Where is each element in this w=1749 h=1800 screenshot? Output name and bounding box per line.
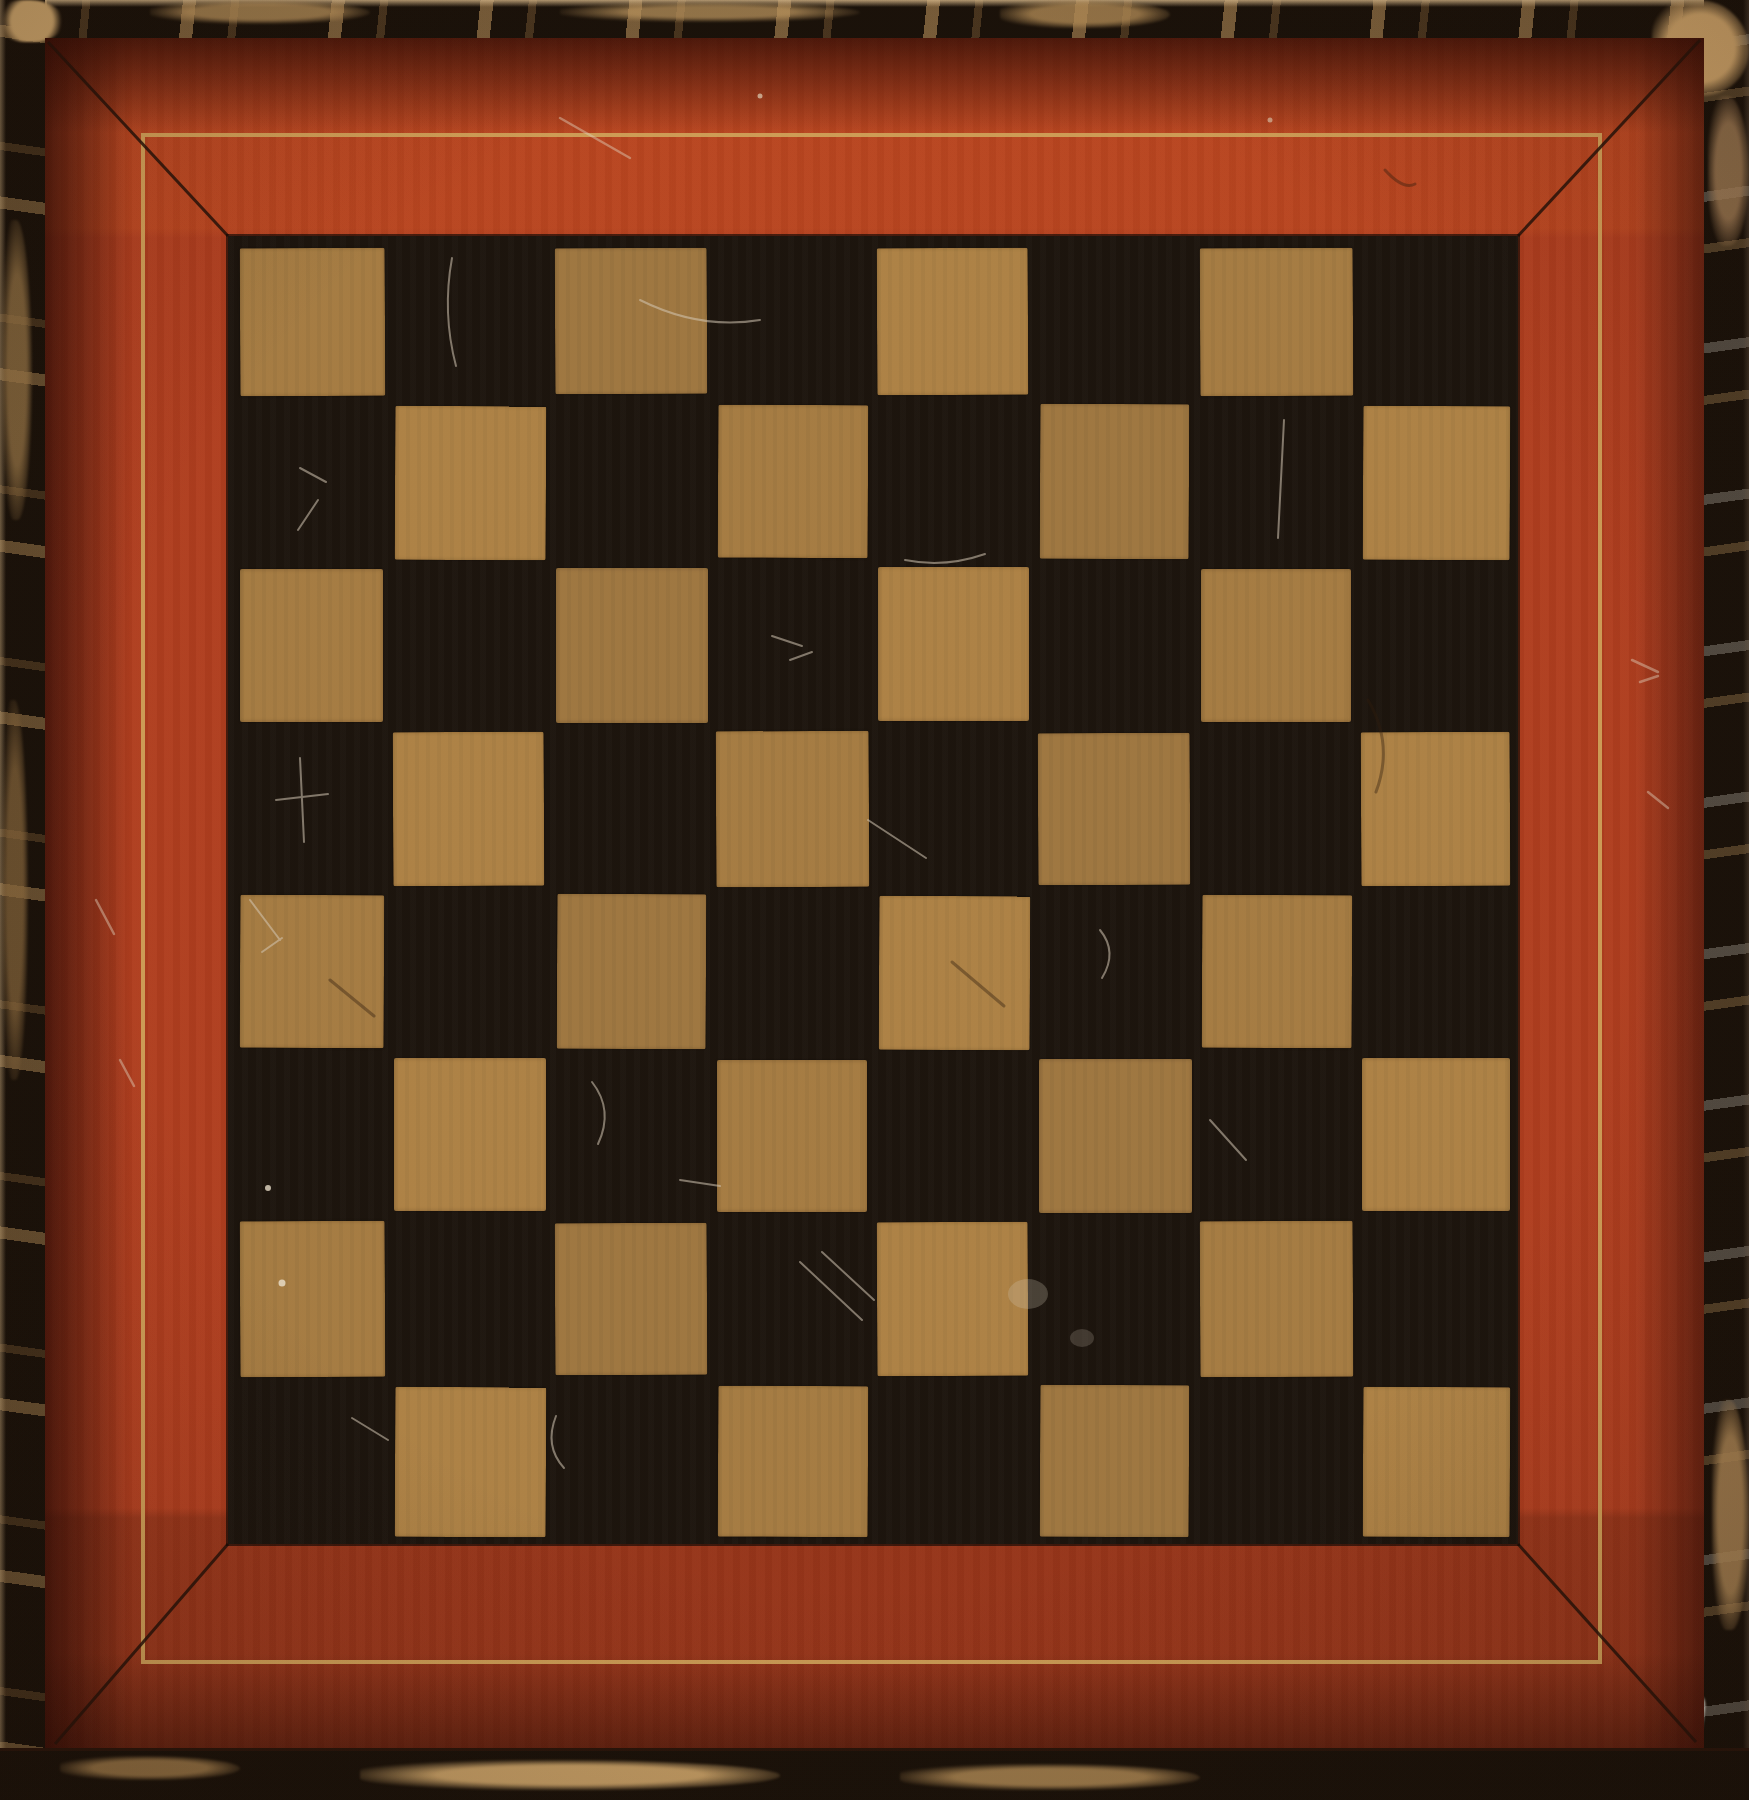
square-c4[interactable] <box>551 890 712 1054</box>
square-d2[interactable] <box>712 1217 873 1381</box>
square-f6[interactable] <box>1034 563 1195 727</box>
square-c6[interactable] <box>551 563 712 727</box>
square-g3[interactable] <box>1196 1054 1357 1218</box>
light-square-paint <box>1362 1058 1510 1212</box>
square-b6[interactable] <box>389 563 550 727</box>
square-b7[interactable] <box>389 400 550 564</box>
square-f7[interactable] <box>1034 400 1195 564</box>
square-d8[interactable] <box>712 236 873 400</box>
square-a7[interactable] <box>228 400 389 564</box>
board-photo <box>0 0 1749 1800</box>
paint-chip <box>1708 96 1749 246</box>
paint-chip <box>360 1760 780 1790</box>
square-g5[interactable] <box>1196 727 1357 891</box>
paint-chip <box>60 1756 240 1780</box>
square-b5[interactable] <box>389 727 550 891</box>
square-a2[interactable] <box>228 1217 389 1381</box>
square-e8[interactable] <box>873 236 1034 400</box>
light-square-paint <box>1201 569 1351 722</box>
square-c1[interactable] <box>551 1381 712 1545</box>
light-square-paint <box>394 1058 545 1212</box>
square-b8[interactable] <box>389 236 550 400</box>
square-a1[interactable] <box>228 1381 389 1545</box>
square-d1[interactable] <box>712 1381 873 1545</box>
square-e6[interactable] <box>873 563 1034 727</box>
light-square-paint <box>556 894 706 1049</box>
light-square-paint <box>1039 1059 1191 1214</box>
light-square-paint <box>1199 1221 1353 1377</box>
light-square-paint <box>1199 248 1353 396</box>
light-square-paint <box>1362 405 1510 559</box>
square-h1[interactable] <box>1357 1381 1518 1545</box>
wooden-frame-bottom <box>0 1748 1749 1800</box>
square-d4[interactable] <box>712 890 873 1054</box>
light-square-paint <box>715 730 869 886</box>
square-e4[interactable] <box>873 890 1034 1054</box>
light-square-paint <box>554 1223 707 1375</box>
light-square-paint <box>240 569 383 722</box>
square-d3[interactable] <box>712 1054 873 1218</box>
square-a5[interactable] <box>228 727 389 891</box>
square-b2[interactable] <box>389 1217 550 1381</box>
square-a6[interactable] <box>228 563 389 727</box>
square-f4[interactable] <box>1034 890 1195 1054</box>
paint-chip <box>560 2 860 22</box>
square-g2[interactable] <box>1196 1217 1357 1381</box>
light-square-paint <box>1038 732 1191 884</box>
light-square-paint <box>877 248 1029 395</box>
light-square-paint <box>1362 1386 1510 1536</box>
square-a8[interactable] <box>228 236 389 400</box>
square-e2[interactable] <box>873 1217 1034 1381</box>
light-square-paint <box>554 248 707 394</box>
square-b4[interactable] <box>389 890 550 1054</box>
light-square-paint <box>393 731 545 885</box>
paint-chip <box>150 0 370 24</box>
square-d6[interactable] <box>712 563 873 727</box>
square-b1[interactable] <box>389 1381 550 1545</box>
square-h4[interactable] <box>1357 890 1518 1054</box>
square-e1[interactable] <box>873 1381 1034 1545</box>
checkers-board[interactable] <box>228 236 1518 1544</box>
square-e3[interactable] <box>873 1054 1034 1218</box>
square-g7[interactable] <box>1196 400 1357 564</box>
paint-chip <box>900 1764 1200 1790</box>
square-g4[interactable] <box>1196 890 1357 1054</box>
square-a3[interactable] <box>228 1054 389 1218</box>
square-g8[interactable] <box>1196 236 1357 400</box>
square-e5[interactable] <box>873 727 1034 891</box>
light-square-paint <box>1040 403 1190 558</box>
light-square-paint <box>240 895 385 1048</box>
square-f3[interactable] <box>1034 1054 1195 1218</box>
square-h2[interactable] <box>1357 1217 1518 1381</box>
square-c7[interactable] <box>551 400 712 564</box>
square-h5[interactable] <box>1357 727 1518 891</box>
square-f1[interactable] <box>1034 1381 1195 1545</box>
square-c5[interactable] <box>551 727 712 891</box>
square-f8[interactable] <box>1034 236 1195 400</box>
light-square-paint <box>717 404 868 557</box>
square-d5[interactable] <box>712 727 873 891</box>
light-square-paint <box>878 567 1029 721</box>
square-f5[interactable] <box>1034 727 1195 891</box>
light-square-paint <box>1040 1384 1190 1536</box>
paint-chip <box>0 0 64 42</box>
light-square-paint <box>240 248 386 396</box>
square-h3[interactable] <box>1357 1054 1518 1218</box>
light-square-paint <box>395 1386 547 1536</box>
square-f2[interactable] <box>1034 1217 1195 1381</box>
light-square-paint <box>240 1221 386 1377</box>
square-h6[interactable] <box>1357 563 1518 727</box>
light-square-paint <box>1360 731 1510 885</box>
paint-chip <box>1000 0 1170 28</box>
square-d7[interactable] <box>712 400 873 564</box>
square-h7[interactable] <box>1357 400 1518 564</box>
square-g1[interactable] <box>1196 1381 1357 1545</box>
square-g6[interactable] <box>1196 563 1357 727</box>
light-square-paint <box>1201 895 1352 1048</box>
square-h8[interactable] <box>1357 236 1518 400</box>
light-square-paint <box>556 568 708 723</box>
light-square-paint <box>717 1060 867 1213</box>
square-a4[interactable] <box>228 890 389 1054</box>
square-b3[interactable] <box>389 1054 550 1218</box>
square-c2[interactable] <box>551 1217 712 1381</box>
light-square-paint <box>395 405 547 559</box>
light-square-paint <box>717 1385 868 1536</box>
light-square-paint <box>879 896 1031 1050</box>
square-c3[interactable] <box>551 1054 712 1218</box>
light-square-paint <box>877 1222 1029 1376</box>
square-e7[interactable] <box>873 400 1034 564</box>
square-c8[interactable] <box>551 236 712 400</box>
